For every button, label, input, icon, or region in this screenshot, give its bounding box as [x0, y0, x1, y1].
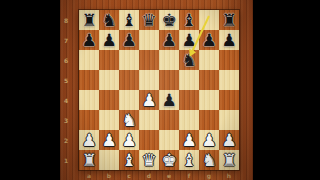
square-g4[interactable] — [199, 90, 219, 110]
piece-white-pawn-f2[interactable]: ♟ — [181, 130, 196, 150]
square-f6[interactable]: ♞ — [179, 50, 199, 70]
file-label-c: c — [119, 170, 139, 180]
piece-white-king-e1[interactable]: ♚ — [161, 150, 176, 170]
video-frame: 87654321 abcdefgh ♜♞♝♛♚♝♜♟♟♟♟♟♟♟♞♟♟♞♟♟♟♟… — [0, 0, 320, 180]
square-f1[interactable]: ♝ — [179, 150, 199, 170]
square-e8[interactable]: ♚ — [159, 10, 179, 30]
square-f2[interactable]: ♟ — [179, 130, 199, 150]
square-g3[interactable] — [199, 110, 219, 130]
rank-label-4: 4 — [60, 90, 79, 110]
file-label-h: h — [219, 170, 239, 180]
piece-black-pawn-b7[interactable]: ♟ — [101, 30, 116, 50]
square-b3[interactable] — [99, 110, 119, 130]
piece-black-pawn-e4[interactable]: ♟ — [161, 90, 176, 110]
square-g2[interactable]: ♟ — [199, 130, 219, 150]
square-c2[interactable]: ♟ — [119, 130, 139, 150]
square-b4[interactable] — [99, 90, 119, 110]
square-d5[interactable] — [139, 70, 159, 90]
square-d6[interactable] — [139, 50, 159, 70]
file-label-g: g — [199, 170, 219, 180]
file-label-d: d — [139, 170, 159, 180]
file-label-e: e — [159, 170, 179, 180]
square-g1[interactable]: ♞ — [199, 150, 219, 170]
piece-white-knight-g1[interactable]: ♞ — [201, 150, 216, 170]
square-g8[interactable] — [199, 10, 219, 30]
piece-black-pawn-f7[interactable]: ♟ — [181, 30, 196, 50]
square-g5[interactable] — [199, 70, 219, 90]
rank-label-1: 1 — [60, 150, 79, 170]
square-d3[interactable] — [139, 110, 159, 130]
square-e5[interactable] — [159, 70, 179, 90]
square-e4[interactable]: ♟ — [159, 90, 179, 110]
square-a8[interactable]: ♜ — [79, 10, 99, 30]
piece-black-bishop-c8[interactable]: ♝ — [121, 10, 136, 30]
square-d7[interactable] — [139, 30, 159, 50]
square-b5[interactable] — [99, 70, 119, 90]
piece-black-pawn-c7[interactable]: ♟ — [121, 30, 136, 50]
square-f8[interactable]: ♝ — [179, 10, 199, 30]
square-d2[interactable] — [139, 130, 159, 150]
piece-white-pawn-c2[interactable]: ♟ — [121, 130, 136, 150]
square-b6[interactable] — [99, 50, 119, 70]
square-h1[interactable]: ♜ — [219, 150, 239, 170]
chess-board: ♜♞♝♛♚♝♜♟♟♟♟♟♟♟♞♟♟♞♟♟♟♟♟♟♜♝♛♚♝♞♜ — [79, 10, 239, 170]
square-a3[interactable] — [79, 110, 99, 130]
piece-white-pawn-g2[interactable]: ♟ — [201, 130, 216, 150]
rank-label-2: 2 — [60, 130, 79, 150]
square-g6[interactable] — [199, 50, 219, 70]
piece-black-knight-f6[interactable]: ♞ — [181, 50, 196, 70]
square-h2[interactable]: ♟ — [219, 130, 239, 150]
square-h4[interactable] — [219, 90, 239, 110]
square-e2[interactable] — [159, 130, 179, 150]
rank-label-7: 7 — [60, 30, 79, 50]
rank-label-3: 3 — [60, 110, 79, 130]
piece-black-queen-d8[interactable]: ♛ — [141, 10, 156, 30]
rank-labels: 87654321 — [60, 10, 79, 170]
square-e3[interactable] — [159, 110, 179, 130]
square-g7[interactable]: ♟ — [199, 30, 219, 50]
square-e7[interactable]: ♟ — [159, 30, 179, 50]
piece-black-knight-b8[interactable]: ♞ — [101, 10, 116, 30]
square-a2[interactable]: ♟ — [79, 130, 99, 150]
file-label-b: b — [99, 170, 119, 180]
piece-white-queen-d1[interactable]: ♛ — [141, 150, 156, 170]
square-h5[interactable] — [219, 70, 239, 90]
piece-white-pawn-d4[interactable]: ♟ — [141, 90, 156, 110]
square-e6[interactable] — [159, 50, 179, 70]
square-f7[interactable]: ♟ — [179, 30, 199, 50]
square-a7[interactable]: ♟ — [79, 30, 99, 50]
piece-black-pawn-e7[interactable]: ♟ — [161, 30, 176, 50]
rank-label-8: 8 — [60, 10, 79, 30]
square-c5[interactable] — [119, 70, 139, 90]
piece-white-bishop-f1[interactable]: ♝ — [181, 150, 196, 170]
square-h3[interactable] — [219, 110, 239, 130]
piece-black-rook-h8[interactable]: ♜ — [221, 10, 236, 30]
square-d4[interactable]: ♟ — [139, 90, 159, 110]
rank-label-6: 6 — [60, 50, 79, 70]
file-label-a: a — [79, 170, 99, 180]
piece-white-pawn-h2[interactable]: ♟ — [221, 130, 236, 150]
piece-white-rook-a1[interactable]: ♜ — [81, 150, 96, 170]
square-a1[interactable]: ♜ — [79, 150, 99, 170]
square-b1[interactable] — [99, 150, 119, 170]
square-d8[interactable]: ♛ — [139, 10, 159, 30]
square-h6[interactable] — [219, 50, 239, 70]
square-b7[interactable]: ♟ — [99, 30, 119, 50]
piece-black-pawn-a7[interactable]: ♟ — [81, 30, 96, 50]
square-c7[interactable]: ♟ — [119, 30, 139, 50]
square-f3[interactable] — [179, 110, 199, 130]
square-d1[interactable]: ♛ — [139, 150, 159, 170]
square-c4[interactable] — [119, 90, 139, 110]
square-c6[interactable] — [119, 50, 139, 70]
square-a6[interactable] — [79, 50, 99, 70]
square-a5[interactable] — [79, 70, 99, 90]
file-labels: abcdefgh — [79, 170, 239, 180]
rank-label-5: 5 — [60, 70, 79, 90]
square-a4[interactable] — [79, 90, 99, 110]
square-f5[interactable] — [179, 70, 199, 90]
square-c3[interactable]: ♞ — [119, 110, 139, 130]
piece-white-pawn-b2[interactable]: ♟ — [101, 130, 116, 150]
piece-black-rook-a8[interactable]: ♜ — [81, 10, 96, 30]
piece-white-pawn-a2[interactable]: ♟ — [81, 130, 96, 150]
square-h7[interactable]: ♟ — [219, 30, 239, 50]
square-f4[interactable] — [179, 90, 199, 110]
square-b8[interactable]: ♞ — [99, 10, 119, 30]
square-e1[interactable]: ♚ — [159, 150, 179, 170]
wood-panel: 87654321 abcdefgh ♜♞♝♛♚♝♜♟♟♟♟♟♟♟♞♟♟♞♟♟♟♟… — [60, 0, 253, 180]
piece-black-pawn-g7[interactable]: ♟ — [201, 30, 216, 50]
square-c8[interactable]: ♝ — [119, 10, 139, 30]
piece-black-king-e8[interactable]: ♚ — [161, 10, 176, 30]
square-b2[interactable]: ♟ — [99, 130, 119, 150]
square-h8[interactable]: ♜ — [219, 10, 239, 30]
file-label-f: f — [179, 170, 199, 180]
piece-black-pawn-h7[interactable]: ♟ — [221, 30, 236, 50]
piece-white-bishop-c1[interactable]: ♝ — [121, 150, 136, 170]
piece-white-rook-h1[interactable]: ♜ — [221, 150, 236, 170]
piece-white-knight-c3[interactable]: ♞ — [121, 110, 136, 130]
square-c1[interactable]: ♝ — [119, 150, 139, 170]
piece-black-bishop-f8[interactable]: ♝ — [181, 10, 196, 30]
